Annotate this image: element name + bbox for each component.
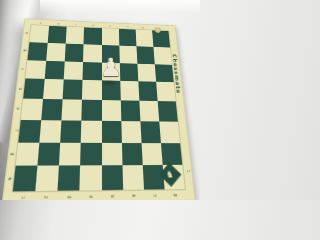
square[interactable]: [16, 142, 40, 166]
square[interactable]: [80, 142, 101, 165]
square[interactable]: [25, 60, 46, 79]
square[interactable]: [21, 99, 43, 120]
square[interactable]: [38, 142, 61, 166]
square[interactable]: [82, 100, 102, 121]
corner-sticker: [154, 27, 160, 33]
square[interactable]: [156, 82, 176, 101]
cloth-highlight-top: [40, 0, 200, 14]
square[interactable]: [64, 61, 83, 80]
photo-scene: abcdefgh 12345678 abcdefgh Chessmate 1 ♞…: [0, 0, 200, 200]
square[interactable]: [120, 100, 140, 121]
square[interactable]: [137, 63, 156, 82]
square[interactable]: [155, 64, 174, 83]
white-pawn[interactable]: ♟: [99, 53, 123, 83]
square[interactable]: [82, 80, 101, 100]
square[interactable]: [59, 142, 81, 165]
coordinate-label: b: [23, 49, 27, 51]
square[interactable]: [102, 28, 119, 45]
square[interactable]: [62, 99, 83, 120]
square[interactable]: [63, 80, 83, 100]
square[interactable]: [60, 120, 81, 142]
square[interactable]: [101, 100, 120, 121]
square[interactable]: [80, 166, 102, 191]
coordinate-label: 5: [110, 194, 115, 197]
square[interactable]: [43, 79, 64, 99]
coordinate-label: 7: [152, 193, 157, 196]
coordinate-label: c: [74, 24, 78, 25]
square[interactable]: [18, 120, 41, 142]
square[interactable]: [139, 101, 159, 122]
coordinate-label: h: [8, 177, 13, 180]
square[interactable]: [45, 60, 65, 79]
coordinate-label: d: [91, 24, 95, 26]
coordinate-label: c: [21, 68, 25, 70]
square[interactable]: [23, 79, 45, 99]
coordinate-label: 2: [44, 195, 49, 198]
coordinate-label: 6: [131, 194, 136, 197]
square[interactable]: [119, 29, 137, 46]
square[interactable]: [35, 166, 59, 191]
chessboard[interactable]: abcdefgh 12345678 abcdefgh Chessmate 1 ♞: [2, 18, 196, 200]
coordinate-labels-bottom: 12345678: [11, 189, 185, 200]
coordinate-label: 3: [66, 195, 71, 198]
square[interactable]: [13, 166, 38, 192]
coordinate-label: a: [39, 22, 43, 24]
square[interactable]: [81, 120, 101, 142]
square[interactable]: [120, 81, 139, 101]
square[interactable]: [84, 27, 102, 44]
square[interactable]: [101, 165, 122, 190]
square[interactable]: [158, 101, 178, 121]
square[interactable]: [140, 121, 161, 143]
coordinate-label: d: [18, 87, 22, 90]
square[interactable]: [48, 26, 67, 44]
square[interactable]: [122, 165, 144, 190]
coordinate-label: f: [13, 130, 18, 132]
coordinate-label: e: [16, 108, 21, 111]
square[interactable]: [58, 166, 81, 191]
square[interactable]: [65, 43, 84, 61]
square[interactable]: [159, 121, 180, 142]
square[interactable]: [138, 82, 157, 102]
right-corner-rank-label: 1: [186, 170, 191, 173]
square[interactable]: [161, 143, 183, 166]
square[interactable]: [46, 43, 66, 61]
square[interactable]: [40, 120, 62, 142]
square[interactable]: [141, 143, 162, 166]
square[interactable]: [29, 25, 49, 43]
coordinate-label: g: [11, 152, 16, 155]
coordinate-label: 4: [88, 194, 93, 197]
board-grid: [13, 25, 185, 191]
coordinate-label: b: [57, 23, 61, 25]
coordinate-label: f: [125, 26, 129, 27]
coordinate-label: e: [109, 25, 113, 27]
coordinate-label: g: [142, 27, 146, 29]
coordinate-label: a: [25, 32, 29, 34]
square[interactable]: [41, 99, 62, 120]
square[interactable]: [27, 42, 47, 60]
square[interactable]: [153, 47, 172, 65]
square[interactable]: [101, 121, 121, 143]
square[interactable]: [136, 46, 154, 64]
coordinate-label: 1: [21, 195, 26, 198]
square[interactable]: [101, 142, 122, 165]
square[interactable]: [122, 142, 143, 165]
knight-icon: ♞: [166, 170, 174, 179]
coordinate-label: 8: [173, 193, 178, 196]
square[interactable]: [152, 30, 170, 47]
square[interactable]: [66, 27, 84, 44]
square[interactable]: [121, 121, 141, 143]
square[interactable]: [135, 30, 153, 47]
